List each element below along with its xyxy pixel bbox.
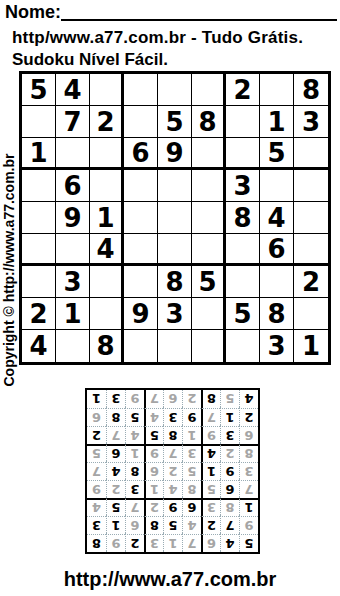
puzzle-cell: 8 xyxy=(90,330,124,362)
puzzle-cell xyxy=(158,170,192,202)
solution-cell: 5 xyxy=(220,390,239,408)
puzzle-cell xyxy=(124,234,158,266)
puzzle-cell xyxy=(90,266,124,298)
puzzle-cell xyxy=(22,106,56,138)
puzzle-cell: 9 xyxy=(124,298,158,330)
puzzle-cell xyxy=(124,202,158,234)
puzzle-cell xyxy=(22,170,56,202)
puzzle-cell: 4 xyxy=(22,330,56,362)
solution-cell: 7 xyxy=(163,444,182,462)
puzzle-cell: 5 xyxy=(226,298,260,330)
puzzle-cell: 8 xyxy=(260,298,294,330)
puzzle-cell: 4 xyxy=(260,202,294,234)
puzzle-cell: 6 xyxy=(260,234,294,266)
sudoku-puzzle-grid: 542872581316956391844638522193584831 xyxy=(19,71,331,365)
solution-cell: 7 xyxy=(182,534,201,552)
footer-url: http://www.a77.com.br xyxy=(0,568,340,591)
puzzle-cell xyxy=(90,138,124,170)
site-line: http/www.a77.com.br - Tudo Grátis. xyxy=(12,28,303,48)
puzzle-cell xyxy=(226,138,260,170)
solution-cell: 1 xyxy=(125,444,144,462)
solution-cell: 2 xyxy=(201,516,220,534)
solution-cell: 6 xyxy=(144,462,163,480)
solution-cell: 3 xyxy=(125,480,144,498)
solution-cell: 7 xyxy=(106,426,125,444)
puzzle-cell: 3 xyxy=(294,106,328,138)
puzzle-cell xyxy=(124,74,158,106)
puzzle-cell: 3 xyxy=(158,298,192,330)
solution-cell: 3 xyxy=(182,444,201,462)
solution-cell: 5 xyxy=(125,408,144,426)
solution-cell: 4 xyxy=(182,516,201,534)
puzzle-cell: 9 xyxy=(158,138,192,170)
solution-cell: 4 xyxy=(125,426,144,444)
solution-cell: 2 xyxy=(125,534,144,552)
puzzle-cell xyxy=(124,170,158,202)
solution-cell: 5 xyxy=(201,480,220,498)
puzzle-cell xyxy=(192,298,226,330)
puzzle-cell: 1 xyxy=(56,298,90,330)
solution-cell: 1 xyxy=(220,408,239,426)
solution-cell: 1 xyxy=(106,516,125,534)
puzzle-cell: 2 xyxy=(90,106,124,138)
solution-cell: 8 xyxy=(239,444,258,462)
puzzle-cell xyxy=(158,234,192,266)
puzzle-cell xyxy=(192,202,226,234)
puzzle-cell: 5 xyxy=(192,266,226,298)
puzzle-cell: 2 xyxy=(22,298,56,330)
solution-cell: 1 xyxy=(163,534,182,552)
solution-cell: 4 xyxy=(239,390,258,408)
solution-cell: 6 xyxy=(182,498,201,516)
puzzle-cell: 9 xyxy=(56,202,90,234)
puzzle-cell: 8 xyxy=(294,74,328,106)
puzzle-cell xyxy=(22,234,56,266)
solution-cell: 4 xyxy=(163,480,182,498)
puzzle-cell: 8 xyxy=(192,106,226,138)
puzzle-cell: 3 xyxy=(226,170,260,202)
puzzle-cell xyxy=(226,106,260,138)
puzzle-cell: 1 xyxy=(294,330,328,362)
puzzle-cell: 6 xyxy=(124,138,158,170)
solution-cell: 7 xyxy=(220,516,239,534)
solution-cell: 5 xyxy=(144,426,163,444)
puzzle-cell: 5 xyxy=(22,74,56,106)
solution-cell: 3 xyxy=(106,390,125,408)
solution-cell: 8 xyxy=(220,498,239,516)
solution-cell: 7 xyxy=(87,462,106,480)
solution-cell: 5 xyxy=(182,462,201,480)
solution-cell: 9 xyxy=(201,426,220,444)
solution-cell: 9 xyxy=(239,516,258,534)
puzzle-cell xyxy=(294,202,328,234)
solution-cell: 9 xyxy=(125,390,144,408)
solution-cell: 7 xyxy=(239,480,258,498)
solution-cell: 8 xyxy=(182,480,201,498)
solution-cell: 9 xyxy=(163,498,182,516)
solution-cell: 8 xyxy=(144,516,163,534)
puzzle-cell: 3 xyxy=(260,330,294,362)
solution-cell: 5 xyxy=(87,444,106,462)
solution-cell: 4 xyxy=(87,498,106,516)
solution-cell: 8 xyxy=(106,408,125,426)
puzzle-cell xyxy=(90,74,124,106)
puzzle-cell xyxy=(56,138,90,170)
puzzle-cell xyxy=(226,330,260,362)
solution-cell: 8 xyxy=(125,462,144,480)
puzzle-cell: 1 xyxy=(90,202,124,234)
puzzle-cell xyxy=(192,74,226,106)
puzzle-cell: 7 xyxy=(56,106,90,138)
solution-cell: 3 xyxy=(87,516,106,534)
puzzle-cell xyxy=(226,234,260,266)
solution-cell: 3 xyxy=(163,408,182,426)
solution-cell: 9 xyxy=(144,444,163,462)
solution-cell: 3 xyxy=(144,534,163,552)
puzzle-title: Sudoku Nível Fácil. xyxy=(12,50,168,70)
solution-cell: 3 xyxy=(201,498,220,516)
solution-cell: 2 xyxy=(106,480,125,498)
puzzle-cell xyxy=(294,298,328,330)
puzzle-cell: 8 xyxy=(226,202,260,234)
sudoku-solution-grid: 5467132989724586131836927547658413293915… xyxy=(85,388,260,554)
solution-cell: 4 xyxy=(220,534,239,552)
solution-cell: 8 xyxy=(201,390,220,408)
puzzle-cell xyxy=(294,234,328,266)
puzzle-cell: 4 xyxy=(56,74,90,106)
puzzle-cell xyxy=(158,330,192,362)
puzzle-cell xyxy=(56,234,90,266)
puzzle-cell xyxy=(192,234,226,266)
solution-cell: 9 xyxy=(182,408,201,426)
puzzle-cell: 8 xyxy=(158,266,192,298)
puzzle-cell xyxy=(294,170,328,202)
solution-cell: 9 xyxy=(106,534,125,552)
puzzle-cell xyxy=(294,138,328,170)
puzzle-cell xyxy=(22,266,56,298)
solution-cell: 4 xyxy=(201,444,220,462)
puzzle-cell: 3 xyxy=(56,266,90,298)
puzzle-cell xyxy=(260,74,294,106)
name-underline xyxy=(61,19,337,21)
solution-cell: 1 xyxy=(87,390,106,408)
solution-cell: 2 xyxy=(87,426,106,444)
puzzle-cell xyxy=(90,170,124,202)
puzzle-cell xyxy=(124,106,158,138)
solution-cell: 6 xyxy=(87,408,106,426)
solution-cell: 8 xyxy=(87,534,106,552)
puzzle-cell xyxy=(192,330,226,362)
solution-cell: 3 xyxy=(239,462,258,480)
solution-cell: 7 xyxy=(201,408,220,426)
solution-cell: 6 xyxy=(163,390,182,408)
puzzle-cell xyxy=(22,202,56,234)
name-label: Nome: xyxy=(5,2,61,23)
solution-cell: 2 xyxy=(144,498,163,516)
solution-cell: 2 xyxy=(163,462,182,480)
puzzle-cell: 6 xyxy=(56,170,90,202)
solution-cell: 9 xyxy=(220,462,239,480)
puzzle-cell xyxy=(158,74,192,106)
solution-cell: 6 xyxy=(239,426,258,444)
solution-cell: 5 xyxy=(163,516,182,534)
solution-cell: 1 xyxy=(182,426,201,444)
solution-cell: 6 xyxy=(106,444,125,462)
solution-cell: 2 xyxy=(220,444,239,462)
puzzle-cell xyxy=(56,330,90,362)
puzzle-cell xyxy=(226,266,260,298)
solution-cell: 1 xyxy=(201,462,220,480)
solution-cell: 1 xyxy=(239,498,258,516)
solution-cell: 6 xyxy=(201,534,220,552)
solution-cell: 6 xyxy=(125,516,144,534)
puzzle-cell: 2 xyxy=(294,266,328,298)
solution-cell: 2 xyxy=(182,390,201,408)
puzzle-cell: 1 xyxy=(260,106,294,138)
puzzle-cell: 4 xyxy=(90,234,124,266)
solution-cell: 7 xyxy=(144,390,163,408)
solution-cell: 3 xyxy=(220,426,239,444)
solution-cell: 5 xyxy=(106,498,125,516)
puzzle-cell xyxy=(124,266,158,298)
puzzle-cell xyxy=(260,170,294,202)
solution-cell: 9 xyxy=(87,480,106,498)
solution-cell: 2 xyxy=(239,408,258,426)
solution-cell: 8 xyxy=(163,426,182,444)
puzzle-cell: 1 xyxy=(22,138,56,170)
puzzle-cell xyxy=(90,298,124,330)
solution-cell: 4 xyxy=(106,462,125,480)
copyright-vertical-text: Copyright © http://www.a77.com.br xyxy=(1,82,19,458)
solution-cell: 7 xyxy=(125,498,144,516)
puzzle-cell xyxy=(192,170,226,202)
solution-cell: 6 xyxy=(220,480,239,498)
puzzle-cell xyxy=(124,330,158,362)
solution-cell: 5 xyxy=(239,534,258,552)
puzzle-cell: 5 xyxy=(260,138,294,170)
solution-cell: 4 xyxy=(144,408,163,426)
solution-cell: 1 xyxy=(144,480,163,498)
puzzle-cell xyxy=(158,202,192,234)
puzzle-cell: 2 xyxy=(226,74,260,106)
puzzle-cell: 5 xyxy=(158,106,192,138)
puzzle-cell xyxy=(192,138,226,170)
puzzle-cell xyxy=(260,266,294,298)
